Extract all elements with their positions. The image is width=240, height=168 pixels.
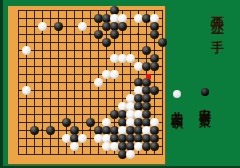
black-stone xyxy=(158,38,167,47)
star-point xyxy=(89,81,91,83)
white-stone xyxy=(38,22,47,31)
player-white: 井上因碩 xyxy=(169,90,185,109)
player-black: 安田秀策 xyxy=(197,88,213,107)
black-stone xyxy=(62,118,71,127)
black-stone xyxy=(150,86,159,95)
frame-edge-left xyxy=(0,0,3,168)
black-stone xyxy=(94,30,103,39)
grid-line-vertical xyxy=(162,10,163,155)
black-stone-icon xyxy=(201,88,209,96)
black-stone xyxy=(150,30,159,39)
black-stone xyxy=(102,38,111,47)
black-stone xyxy=(150,62,159,71)
black-stone xyxy=(86,118,95,127)
white-stone xyxy=(110,70,119,79)
black-stone xyxy=(46,126,55,135)
black-stone xyxy=(110,30,119,39)
black-stone xyxy=(118,22,127,31)
white-stone xyxy=(126,54,135,63)
frame-edge-bottom xyxy=(0,166,240,168)
white-stone xyxy=(78,134,87,143)
star-point xyxy=(137,33,139,35)
star-point xyxy=(41,33,43,35)
white-stone xyxy=(126,150,135,159)
diagram-title: 耳赤の一手 xyxy=(211,6,224,31)
white-stone xyxy=(22,46,31,55)
black-stone xyxy=(150,142,159,151)
red-move-marker xyxy=(146,74,151,79)
go-board[interactable] xyxy=(8,6,165,164)
star-point xyxy=(41,129,43,131)
white-stone xyxy=(78,22,87,31)
star-point xyxy=(41,81,43,83)
white-stone xyxy=(70,142,79,151)
player-black-name: 安田秀策 xyxy=(199,99,211,107)
white-stone xyxy=(22,86,31,95)
star-point xyxy=(89,33,91,35)
go-diagram: 耳赤の一手 安田秀策 井上因碩 xyxy=(0,0,240,168)
grid-line-horizontal xyxy=(18,154,163,155)
black-stone xyxy=(54,22,63,31)
white-stone-icon xyxy=(173,90,181,98)
player-white-name: 井上因碩 xyxy=(171,101,183,109)
star-point xyxy=(89,129,91,131)
black-stone xyxy=(30,126,39,135)
white-stone xyxy=(94,78,103,87)
black-stone xyxy=(142,46,151,55)
